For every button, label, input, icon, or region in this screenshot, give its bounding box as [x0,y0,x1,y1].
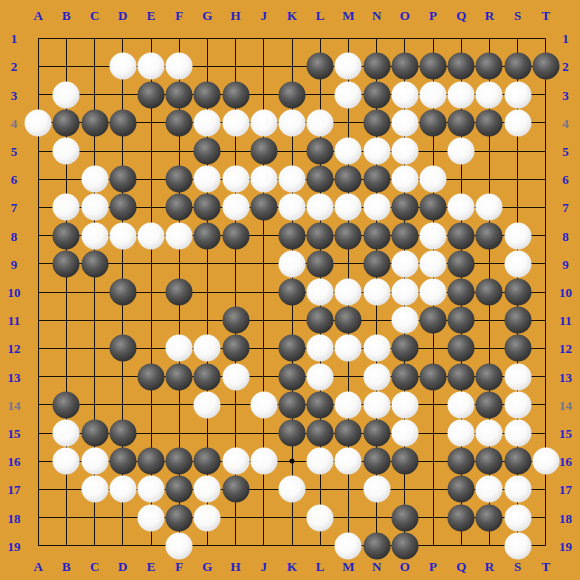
stone-white-B3 [53,81,80,108]
col-label-bottom-K: K [287,559,297,572]
stone-white-B7 [53,194,80,221]
stone-white-G18 [194,504,221,531]
col-label-top-K: K [287,9,297,22]
stone-black-S16 [504,448,531,475]
stone-white-N12 [363,335,390,362]
stone-white-S8 [504,222,531,249]
stone-white-T16 [532,448,559,475]
stone-black-K13 [279,363,306,390]
row-label-right-1: 1 [562,32,569,45]
row-label-right-5: 5 [562,145,569,158]
stone-black-F3 [166,81,193,108]
stone-black-O12 [391,335,418,362]
stone-white-O10 [391,279,418,306]
row-label-left-13: 13 [8,370,21,383]
row-label-right-2: 2 [562,60,569,73]
stone-white-S3 [504,81,531,108]
stone-white-E8 [138,222,165,249]
col-label-top-E: E [147,9,156,22]
stone-white-P9 [420,250,447,277]
row-label-right-14: 14 [559,398,572,411]
stone-white-G6 [194,166,221,193]
stone-white-P3 [420,81,447,108]
stone-black-L15 [307,420,334,447]
stone-black-P13 [420,363,447,390]
stone-black-P2 [420,53,447,80]
row-label-left-16: 16 [8,455,21,468]
row-label-right-6: 6 [562,173,569,186]
stone-black-Q4 [448,109,475,136]
row-label-right-10: 10 [559,286,572,299]
star-point-K16 [290,459,295,464]
stone-white-M5 [335,138,362,165]
stone-black-E16 [138,448,165,475]
col-label-top-C: C [90,9,99,22]
stone-white-S9 [504,250,531,277]
col-label-bottom-L: L [316,559,325,572]
stone-black-J7 [250,194,277,221]
row-label-left-17: 17 [8,483,21,496]
stone-black-N4 [363,109,390,136]
stone-black-B9 [53,250,80,277]
col-label-top-H: H [231,9,241,22]
stone-white-C7 [81,194,108,221]
row-label-left-8: 8 [11,229,18,242]
stone-black-L5 [307,138,334,165]
col-label-bottom-F: F [175,559,183,572]
stone-black-R13 [476,363,503,390]
stone-white-C8 [81,222,108,249]
stone-white-L18 [307,504,334,531]
row-label-right-11: 11 [559,314,571,327]
row-label-left-14: 14 [8,398,21,411]
stone-black-L11 [307,307,334,334]
row-label-right-12: 12 [559,342,572,355]
stone-black-H11 [222,307,249,334]
stone-black-K12 [279,335,306,362]
stone-white-K7 [279,194,306,221]
stone-black-D16 [109,448,136,475]
row-label-right-4: 4 [562,116,569,129]
stone-black-C4 [81,109,108,136]
stone-black-H8 [222,222,249,249]
row-label-left-11: 11 [8,314,20,327]
row-label-right-17: 17 [559,483,572,496]
stone-white-F2 [166,53,193,80]
stone-black-N6 [363,166,390,193]
stone-white-K9 [279,250,306,277]
stone-white-F8 [166,222,193,249]
row-label-right-19: 19 [559,539,572,552]
col-label-top-B: B [62,9,71,22]
stone-black-L8 [307,222,334,249]
stone-white-M3 [335,81,362,108]
stone-black-F7 [166,194,193,221]
stone-white-N5 [363,138,390,165]
stone-white-M10 [335,279,362,306]
stone-black-E13 [138,363,165,390]
col-label-bottom-H: H [231,559,241,572]
row-label-left-15: 15 [8,427,21,440]
stone-white-L7 [307,194,334,221]
stone-white-Q7 [448,194,475,221]
stone-white-B15 [53,420,80,447]
row-label-left-10: 10 [8,286,21,299]
stone-white-M7 [335,194,362,221]
stone-white-C6 [81,166,108,193]
col-label-bottom-N: N [372,559,381,572]
stone-white-H7 [222,194,249,221]
row-label-left-4: 4 [11,116,18,129]
stone-white-M12 [335,335,362,362]
stone-black-M6 [335,166,362,193]
col-label-top-D: D [118,9,127,22]
stone-white-B5 [53,138,80,165]
stone-black-Q8 [448,222,475,249]
stone-white-E17 [138,476,165,503]
stone-black-F6 [166,166,193,193]
stone-white-B16 [53,448,80,475]
row-label-right-3: 3 [562,88,569,101]
stone-white-L4 [307,109,334,136]
stone-white-H13 [222,363,249,390]
row-label-left-6: 6 [11,173,18,186]
stone-black-R8 [476,222,503,249]
stone-white-G12 [194,335,221,362]
row-label-left-9: 9 [11,257,18,270]
stone-white-L16 [307,448,334,475]
go-board[interactable]: AABBCCDDEEFFGGHHJJKKLLMMNNOOPPQQRRSSTT11… [0,0,580,580]
stone-black-O13 [391,363,418,390]
stone-black-D7 [109,194,136,221]
stone-white-N10 [363,279,390,306]
stone-white-S18 [504,504,531,531]
col-label-top-L: L [316,9,325,22]
stone-white-M2 [335,53,362,80]
stone-white-J6 [250,166,277,193]
row-label-right-7: 7 [562,201,569,214]
stone-black-Q11 [448,307,475,334]
stone-white-K17 [279,476,306,503]
col-label-top-A: A [33,9,42,22]
stone-black-M11 [335,307,362,334]
stone-black-M15 [335,420,362,447]
stone-black-Q16 [448,448,475,475]
stone-black-F17 [166,476,193,503]
stone-white-Q14 [448,391,475,418]
stone-black-D4 [109,109,136,136]
stone-black-J5 [250,138,277,165]
stone-black-G3 [194,81,221,108]
stone-white-C16 [81,448,108,475]
stone-black-N9 [363,250,390,277]
row-label-right-8: 8 [562,229,569,242]
row-label-right-18: 18 [559,511,572,524]
stone-white-P8 [420,222,447,249]
stone-black-K14 [279,391,306,418]
stone-white-M14 [335,391,362,418]
col-label-bottom-R: R [485,559,494,572]
col-label-bottom-B: B [62,559,71,572]
stone-black-F10 [166,279,193,306]
stone-black-F18 [166,504,193,531]
stone-white-O14 [391,391,418,418]
stone-black-D12 [109,335,136,362]
stone-white-M16 [335,448,362,475]
row-label-right-13: 13 [559,370,572,383]
stone-black-R2 [476,53,503,80]
stone-black-D6 [109,166,136,193]
stone-white-S14 [504,391,531,418]
col-label-bottom-Q: Q [456,559,466,572]
stone-white-N14 [363,391,390,418]
stone-black-R18 [476,504,503,531]
stone-white-F19 [166,532,193,559]
stone-black-L14 [307,391,334,418]
stone-black-N16 [363,448,390,475]
stone-black-O18 [391,504,418,531]
stone-black-O19 [391,532,418,559]
stone-black-D10 [109,279,136,306]
stone-white-R3 [476,81,503,108]
stone-black-C15 [81,420,108,447]
stone-white-J16 [250,448,277,475]
stone-white-F12 [166,335,193,362]
row-label-left-1: 1 [11,32,18,45]
stone-black-O2 [391,53,418,80]
stone-white-S13 [504,363,531,390]
stone-white-O3 [391,81,418,108]
stone-white-R17 [476,476,503,503]
stone-black-Q18 [448,504,475,531]
stone-white-H16 [222,448,249,475]
stone-black-R14 [476,391,503,418]
stone-white-P10 [420,279,447,306]
stone-white-L10 [307,279,334,306]
stone-white-K4 [279,109,306,136]
stone-black-B4 [53,109,80,136]
col-label-top-O: O [400,9,410,22]
stone-black-N19 [363,532,390,559]
col-label-top-N: N [372,9,381,22]
stone-white-P6 [420,166,447,193]
stone-white-R7 [476,194,503,221]
stone-black-D15 [109,420,136,447]
stone-black-K8 [279,222,306,249]
stone-black-L9 [307,250,334,277]
stone-white-N13 [363,363,390,390]
col-label-bottom-E: E [147,559,156,572]
stone-black-R10 [476,279,503,306]
col-label-bottom-D: D [118,559,127,572]
col-label-bottom-C: C [90,559,99,572]
stone-white-M19 [335,532,362,559]
stone-white-K6 [279,166,306,193]
stone-black-F16 [166,448,193,475]
stone-black-O7 [391,194,418,221]
stone-black-L2 [307,53,334,80]
stone-white-R15 [476,420,503,447]
stone-white-O5 [391,138,418,165]
stone-black-K15 [279,420,306,447]
stone-black-S12 [504,335,531,362]
stone-white-J14 [250,391,277,418]
stone-white-H4 [222,109,249,136]
stone-black-R4 [476,109,503,136]
stone-white-E18 [138,504,165,531]
stone-white-G4 [194,109,221,136]
stone-black-S11 [504,307,531,334]
stone-black-B8 [53,222,80,249]
stone-black-G13 [194,363,221,390]
stone-black-F4 [166,109,193,136]
row-label-left-19: 19 [8,539,21,552]
col-label-bottom-T: T [541,559,550,572]
stone-white-J4 [250,109,277,136]
col-label-bottom-M: M [342,559,354,572]
col-label-top-R: R [485,9,494,22]
stone-white-Q15 [448,420,475,447]
stone-black-C9 [81,250,108,277]
col-label-top-S: S [514,9,521,22]
stone-black-S2 [504,53,531,80]
stone-white-O6 [391,166,418,193]
stone-black-G16 [194,448,221,475]
stone-white-S4 [504,109,531,136]
stone-white-L13 [307,363,334,390]
stone-black-G7 [194,194,221,221]
col-label-top-P: P [429,9,437,22]
stone-black-Q17 [448,476,475,503]
stone-white-D17 [109,476,136,503]
stone-white-D2 [109,53,136,80]
stone-black-E3 [138,81,165,108]
stone-black-N8 [363,222,390,249]
stone-black-F13 [166,363,193,390]
stone-black-H3 [222,81,249,108]
col-label-bottom-O: O [400,559,410,572]
row-label-left-2: 2 [11,60,18,73]
stone-white-G14 [194,391,221,418]
stone-black-M8 [335,222,362,249]
stone-white-S17 [504,476,531,503]
col-label-bottom-P: P [429,559,437,572]
stone-white-N7 [363,194,390,221]
stone-white-G17 [194,476,221,503]
stone-white-H6 [222,166,249,193]
col-label-bottom-S: S [514,559,521,572]
stone-black-N15 [363,420,390,447]
stone-white-A4 [25,109,52,136]
row-label-right-15: 15 [559,427,572,440]
row-label-right-16: 16 [559,455,572,468]
col-label-top-Q: Q [456,9,466,22]
stone-black-P11 [420,307,447,334]
stone-white-Q3 [448,81,475,108]
col-label-top-F: F [175,9,183,22]
stone-black-R16 [476,448,503,475]
stone-black-N3 [363,81,390,108]
stone-black-L6 [307,166,334,193]
col-label-bottom-G: G [202,559,212,572]
stone-black-Q10 [448,279,475,306]
row-label-left-3: 3 [11,88,18,101]
stone-black-N2 [363,53,390,80]
stone-black-G5 [194,138,221,165]
stone-white-L12 [307,335,334,362]
stone-black-O16 [391,448,418,475]
stone-black-H17 [222,476,249,503]
stone-black-Q2 [448,53,475,80]
row-label-left-7: 7 [11,201,18,214]
grid-line-horizontal [38,545,547,546]
row-label-left-18: 18 [8,511,21,524]
stone-white-O11 [391,307,418,334]
stone-black-H12 [222,335,249,362]
stone-black-K10 [279,279,306,306]
stone-white-O15 [391,420,418,447]
stone-white-E2 [138,53,165,80]
stone-black-B14 [53,391,80,418]
stone-white-D8 [109,222,136,249]
stone-white-S15 [504,420,531,447]
col-label-bottom-J: J [261,559,268,572]
row-label-left-12: 12 [8,342,21,355]
stone-white-C17 [81,476,108,503]
stone-white-N17 [363,476,390,503]
stone-white-Q5 [448,138,475,165]
stone-black-P4 [420,109,447,136]
stone-black-Q9 [448,250,475,277]
stone-black-P7 [420,194,447,221]
stone-white-O9 [391,250,418,277]
row-label-left-5: 5 [11,145,18,158]
stone-white-S19 [504,532,531,559]
row-label-right-9: 9 [562,257,569,270]
stone-black-K3 [279,81,306,108]
col-label-top-M: M [342,9,354,22]
col-label-bottom-A: A [33,559,42,572]
stone-black-Q13 [448,363,475,390]
stone-black-S10 [504,279,531,306]
col-label-top-G: G [202,9,212,22]
stone-black-G8 [194,222,221,249]
stone-white-O4 [391,109,418,136]
col-label-top-J: J [261,9,268,22]
stone-black-T2 [532,53,559,80]
stone-black-O8 [391,222,418,249]
col-label-top-T: T [541,9,550,22]
stone-black-Q12 [448,335,475,362]
